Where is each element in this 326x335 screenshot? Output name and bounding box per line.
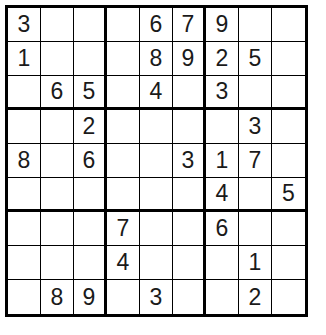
cell-r6c8[interactable] <box>239 178 272 212</box>
cell-r3c6[interactable] <box>173 76 206 110</box>
cell-r7c1[interactable] <box>8 212 41 246</box>
cell-r6c5[interactable] <box>140 178 173 212</box>
cell-r9c8[interactable]: 2 <box>239 280 272 314</box>
cell-r1c5[interactable]: 6 <box>140 8 173 42</box>
sudoku-page: 367918925654323863174576418932 <box>0 0 326 322</box>
cell-r4c4[interactable] <box>107 110 140 144</box>
cell-r3c7[interactable]: 3 <box>206 76 239 110</box>
cell-r4c3[interactable]: 2 <box>74 110 107 144</box>
cell-r7c8[interactable] <box>239 212 272 246</box>
cell-r2c2[interactable] <box>41 42 74 76</box>
cell-r4c7[interactable] <box>206 110 239 144</box>
cell-r5c2[interactable] <box>41 144 74 178</box>
cell-r1c7[interactable]: 9 <box>206 8 239 42</box>
cell-r2c6[interactable]: 9 <box>173 42 206 76</box>
cell-r1c4[interactable] <box>107 8 140 42</box>
cell-r1c6[interactable]: 7 <box>173 8 206 42</box>
cell-r4c9[interactable] <box>272 110 305 144</box>
cell-r5c7[interactable]: 1 <box>206 144 239 178</box>
cell-r8c8[interactable]: 1 <box>239 246 272 280</box>
cell-r5c6[interactable]: 3 <box>173 144 206 178</box>
cell-r2c7[interactable]: 2 <box>206 42 239 76</box>
cell-r3c3[interactable]: 5 <box>74 76 107 110</box>
cell-r2c5[interactable]: 8 <box>140 42 173 76</box>
cell-r9c5[interactable]: 3 <box>140 280 173 314</box>
cell-r8c3[interactable] <box>74 246 107 280</box>
cell-r9c1[interactable] <box>8 280 41 314</box>
cell-r9c3[interactable]: 9 <box>74 280 107 314</box>
cell-r6c4[interactable] <box>107 178 140 212</box>
cell-r9c9[interactable] <box>272 280 305 314</box>
cell-r1c2[interactable] <box>41 8 74 42</box>
cell-r3c5[interactable]: 4 <box>140 76 173 110</box>
cell-r9c7[interactable] <box>206 280 239 314</box>
cell-r4c5[interactable] <box>140 110 173 144</box>
cell-r8c1[interactable] <box>8 246 41 280</box>
cell-r6c2[interactable] <box>41 178 74 212</box>
cell-r3c9[interactable] <box>272 76 305 110</box>
cell-r7c3[interactable] <box>74 212 107 246</box>
cell-r8c5[interactable] <box>140 246 173 280</box>
cell-r3c4[interactable] <box>107 76 140 110</box>
cell-r9c2[interactable]: 8 <box>41 280 74 314</box>
cell-r5c3[interactable]: 6 <box>74 144 107 178</box>
cell-r2c1[interactable]: 1 <box>8 42 41 76</box>
cell-r8c2[interactable] <box>41 246 74 280</box>
cell-r7c9[interactable] <box>272 212 305 246</box>
cell-r1c3[interactable] <box>74 8 107 42</box>
cell-r9c4[interactable] <box>107 280 140 314</box>
cell-r2c9[interactable] <box>272 42 305 76</box>
cell-r8c7[interactable] <box>206 246 239 280</box>
cell-r7c5[interactable] <box>140 212 173 246</box>
cell-r8c6[interactable] <box>173 246 206 280</box>
cell-r6c9[interactable]: 5 <box>272 178 305 212</box>
cell-r7c2[interactable] <box>41 212 74 246</box>
cell-r4c2[interactable] <box>41 110 74 144</box>
cell-r4c1[interactable] <box>8 110 41 144</box>
cell-r4c8[interactable]: 3 <box>239 110 272 144</box>
cell-r7c4[interactable]: 7 <box>107 212 140 246</box>
cell-r2c4[interactable] <box>107 42 140 76</box>
cell-r8c9[interactable] <box>272 246 305 280</box>
cell-r2c3[interactable] <box>74 42 107 76</box>
cell-r1c1[interactable]: 3 <box>8 8 41 42</box>
cell-r6c6[interactable] <box>173 178 206 212</box>
cell-r7c7[interactable]: 6 <box>206 212 239 246</box>
cell-r9c6[interactable] <box>173 280 206 314</box>
cell-r5c4[interactable] <box>107 144 140 178</box>
cell-r1c9[interactable] <box>272 8 305 42</box>
cell-r5c1[interactable]: 8 <box>8 144 41 178</box>
cell-r5c9[interactable] <box>272 144 305 178</box>
cell-r3c1[interactable] <box>8 76 41 110</box>
cell-r6c3[interactable] <box>74 178 107 212</box>
cell-r8c4[interactable]: 4 <box>107 246 140 280</box>
cell-r6c1[interactable] <box>8 178 41 212</box>
cell-r6c7[interactable]: 4 <box>206 178 239 212</box>
cell-r3c2[interactable]: 6 <box>41 76 74 110</box>
cell-r1c8[interactable] <box>239 8 272 42</box>
cell-r3c8[interactable] <box>239 76 272 110</box>
cell-r5c8[interactable]: 7 <box>239 144 272 178</box>
cell-r5c5[interactable] <box>140 144 173 178</box>
cell-r2c8[interactable]: 5 <box>239 42 272 76</box>
cell-r7c6[interactable] <box>173 212 206 246</box>
sudoku-board: 367918925654323863174576418932 <box>5 5 308 317</box>
cell-r4c6[interactable] <box>173 110 206 144</box>
